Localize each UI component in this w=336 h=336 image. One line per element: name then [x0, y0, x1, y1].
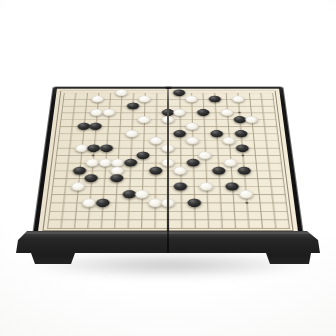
black-stone: [197, 109, 210, 116]
white-stone: [232, 96, 245, 103]
white-stone: [149, 137, 162, 145]
white-stone: [224, 159, 238, 167]
product-scene: [0, 0, 336, 336]
black-stone: [89, 123, 102, 130]
black-stone: [225, 182, 239, 190]
white-stone: [125, 130, 138, 137]
white-stone: [186, 123, 199, 130]
white-stone: [223, 137, 236, 145]
hinge-top-icon: [165, 87, 171, 90]
white-stone: [186, 137, 199, 145]
black-stone: [237, 167, 251, 175]
white-stone: [115, 89, 127, 96]
black-stone: [122, 190, 136, 199]
black-stone: [208, 96, 221, 103]
black-stone: [234, 130, 247, 137]
base-fold-seam: [167, 231, 169, 255]
white-stone: [199, 152, 212, 160]
white-stone: [174, 167, 187, 175]
white-stone: [148, 198, 162, 207]
white-stone: [138, 96, 150, 103]
black-stone: [124, 159, 137, 167]
black-stone: [84, 174, 98, 182]
black-stone: [174, 130, 187, 137]
fold-seam: [167, 87, 169, 237]
white-stone: [174, 109, 186, 116]
board-frame: [33, 87, 303, 237]
white-stone: [98, 159, 112, 167]
white-stone: [135, 190, 149, 199]
white-stone: [239, 190, 253, 199]
white-stone: [245, 116, 258, 123]
black-stone: [72, 167, 86, 175]
white-stone: [138, 116, 151, 123]
white-stone: [86, 159, 100, 167]
white-stone: [82, 198, 96, 207]
black-stone: [174, 89, 186, 96]
black-stone: [77, 123, 90, 130]
white-stone: [71, 182, 85, 190]
white-stone: [75, 144, 89, 152]
white-stone: [200, 182, 214, 190]
white-stone: [92, 96, 105, 103]
black-stone: [235, 144, 249, 152]
black-stone: [136, 152, 149, 160]
black-stone: [233, 116, 246, 123]
black-stone: [174, 182, 188, 190]
black-stone: [149, 167, 162, 175]
black-stone: [212, 167, 226, 175]
black-stone: [187, 198, 201, 207]
go-board: [33, 87, 303, 237]
white-stone: [90, 109, 103, 116]
black-stone: [87, 144, 101, 152]
white-stone: [185, 96, 197, 103]
black-stone: [186, 159, 199, 167]
black-stone: [95, 198, 109, 207]
black-stone: [210, 130, 223, 137]
black-stone: [100, 144, 113, 152]
white-stone: [102, 109, 115, 116]
black-stone: [110, 174, 124, 182]
white-stone: [221, 109, 234, 116]
black-stone: [126, 102, 139, 109]
